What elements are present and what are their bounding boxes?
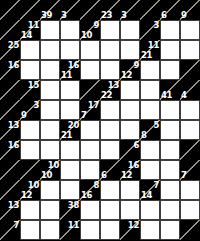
white-cell-r2c8[interactable] <box>160 40 180 60</box>
clue-cell-r11c3: 11 <box>60 220 80 240</box>
white-cell-r4c2[interactable] <box>40 80 60 100</box>
down-clue: 7 <box>81 111 87 120</box>
clue-cell-r2c0: 25 <box>0 40 20 60</box>
white-cell-r10c6[interactable] <box>120 200 140 220</box>
white-cell-r1c2[interactable] <box>40 20 60 40</box>
white-cell-r6c6[interactable] <box>120 120 140 140</box>
down-clue: 6 <box>101 171 107 180</box>
clue-cell-r7c6: 6 <box>120 140 140 160</box>
white-cell-r9c5[interactable] <box>100 180 120 200</box>
across-clue: 12 <box>128 221 139 230</box>
white-cell-r10c1[interactable] <box>20 200 40 220</box>
across-clue: 10 <box>48 161 59 170</box>
white-cell-r7c8[interactable] <box>160 140 180 160</box>
white-cell-r9c9[interactable] <box>180 180 200 200</box>
across-clue: 7 <box>13 221 19 230</box>
white-cell-r5c8[interactable] <box>160 100 180 120</box>
down-clue: 22 <box>101 91 112 100</box>
down-clue: 14 <box>141 191 152 200</box>
white-cell-r10c8[interactable] <box>160 200 180 220</box>
white-cell-r6c2[interactable] <box>40 120 60 140</box>
white-cell-r3c2[interactable] <box>40 60 60 80</box>
white-cell-r7c4[interactable] <box>80 140 100 160</box>
black-cell <box>80 0 100 20</box>
across-clue: 20 <box>68 121 79 130</box>
down-clue: 41 <box>161 91 172 100</box>
white-cell-r8c4[interactable] <box>80 160 100 180</box>
clue-cell-r1c7: 3 <box>140 20 160 40</box>
white-cell-r11c7[interactable] <box>140 220 160 240</box>
across-clue: 9 <box>93 21 99 30</box>
clue-cell-r5c1: 93 <box>20 100 40 120</box>
white-cell-r7c2[interactable] <box>40 140 60 160</box>
white-cell-r1c3[interactable] <box>60 20 80 40</box>
across-clue: 11 <box>68 221 79 230</box>
white-cell-r11c4[interactable] <box>80 220 100 240</box>
white-cell-r3c8[interactable] <box>160 60 180 80</box>
white-cell-r10c2[interactable] <box>40 200 60 220</box>
white-cell-r9c8[interactable] <box>160 180 180 200</box>
white-cell-r11c8[interactable] <box>160 220 180 240</box>
clue-cell-r4c9: 4 <box>180 80 200 100</box>
white-cell-r2c3[interactable] <box>60 40 80 60</box>
clue-cell-r4c5: 2213 <box>100 80 120 100</box>
down-clue: 9 <box>181 11 187 20</box>
down-clue: 8 <box>141 131 147 140</box>
white-cell-r10c9[interactable] <box>180 200 200 220</box>
across-clue: 16 <box>8 141 19 150</box>
black-cell <box>180 60 200 80</box>
white-cell-r1c6[interactable] <box>120 20 140 40</box>
clue-cell-r3c6: 129 <box>120 60 140 80</box>
clue-cell-r3c0: 16 <box>0 60 20 80</box>
white-cell-r2c1[interactable] <box>20 40 40 60</box>
down-clue: 7 <box>181 171 187 180</box>
across-clue: 15 <box>28 81 39 90</box>
clue-cell-r1c4: 109 <box>80 20 100 40</box>
kakuro-board: 3932336914111093252111161116129152213414… <box>0 0 200 241</box>
white-cell-r5c6[interactable] <box>120 100 140 120</box>
across-clue: 8 <box>93 181 99 190</box>
white-cell-r5c3[interactable] <box>60 100 80 120</box>
white-cell-r5c9[interactable] <box>180 100 200 120</box>
clue-cell-r0c8: 6 <box>160 0 180 20</box>
white-cell-r11c2[interactable] <box>40 220 60 240</box>
clue-cell-r3c3: 1116 <box>60 60 80 80</box>
white-cell-r1c9[interactable] <box>180 20 200 40</box>
across-clue: 6 <box>133 141 139 150</box>
across-clue: 38 <box>68 201 79 210</box>
white-cell-r2c5[interactable] <box>100 40 120 60</box>
clue-cell-r0c3: 3 <box>60 0 80 20</box>
down-clue: 10 <box>41 171 52 180</box>
clue-cell-r6c0: 13 <box>0 120 20 140</box>
across-clue: 7 <box>153 181 159 190</box>
down-clue: 14 <box>21 31 32 40</box>
white-cell-r4c6[interactable] <box>120 80 140 100</box>
down-clue: 6 <box>161 11 167 20</box>
across-clue: 11 <box>148 41 159 50</box>
white-cell-r7c3[interactable] <box>60 140 80 160</box>
white-cell-r3c1[interactable] <box>20 60 40 80</box>
down-clue: 21 <box>141 51 152 60</box>
white-cell-r8c3[interactable] <box>60 160 80 180</box>
white-cell-r1c8[interactable] <box>160 20 180 40</box>
white-cell-r7c7[interactable] <box>140 140 160 160</box>
black-cell <box>180 220 200 240</box>
clue-cell-r6c3: 2120 <box>60 120 80 140</box>
down-clue: 23 <box>101 11 112 20</box>
across-clue: 3 <box>153 21 159 30</box>
across-clue: 17 <box>88 101 99 110</box>
clue-cell-r0c9: 9 <box>180 0 200 20</box>
across-clue: 25 <box>8 41 19 50</box>
across-clue: 13 <box>8 121 19 130</box>
clue-cell-r10c3: 38 <box>60 200 80 220</box>
white-cell-r6c5[interactable] <box>100 120 120 140</box>
across-clue: 9 <box>133 61 139 70</box>
white-cell-r6c1[interactable] <box>20 120 40 140</box>
white-cell-r11c1[interactable] <box>20 220 40 240</box>
clue-cell-r8c5: 6 <box>100 160 120 180</box>
clue-cell-r8c9: 7 <box>180 160 200 180</box>
across-clue: 10 <box>28 181 39 190</box>
down-clue: 21 <box>61 131 72 140</box>
across-clue: 5 <box>153 121 159 130</box>
clue-cell-r5c4: 717 <box>80 100 100 120</box>
down-clue: 9 <box>21 111 27 120</box>
white-cell-r6c8[interactable] <box>160 120 180 140</box>
clue-cell-r9c1: 1210 <box>20 180 40 200</box>
down-clue: 16 <box>81 191 92 200</box>
white-cell-r6c4[interactable] <box>80 120 100 140</box>
across-clue: 3 <box>33 101 39 110</box>
clue-cell-r4c8: 41 <box>160 80 180 100</box>
white-cell-r8c8[interactable] <box>160 160 180 180</box>
clue-cell-r4c1: 15 <box>20 80 40 100</box>
white-cell-r3c5[interactable] <box>100 60 120 80</box>
clue-cell-r9c4: 168 <box>80 180 100 200</box>
down-clue: 12 <box>121 171 132 180</box>
white-cell-r2c4[interactable] <box>80 40 100 60</box>
clue-cell-r1c1: 1411 <box>20 20 40 40</box>
black-cell <box>80 80 100 100</box>
black-cell <box>180 140 200 160</box>
white-cell-r10c7[interactable] <box>140 200 160 220</box>
down-clue: 12 <box>121 71 132 80</box>
clue-cell-r0c6: 3 <box>120 0 140 20</box>
down-clue: 39 <box>41 11 52 20</box>
white-cell-r9c2[interactable] <box>40 180 60 200</box>
white-cell-r3c7[interactable] <box>140 60 160 80</box>
white-cell-r5c2[interactable] <box>40 100 60 120</box>
clue-cell-r8c6: 1216 <box>120 160 140 180</box>
across-clue: 16 <box>68 61 79 70</box>
down-clue: 4 <box>181 91 187 100</box>
white-cell-r6c9[interactable] <box>180 120 200 140</box>
white-cell-r9c3[interactable] <box>60 180 80 200</box>
white-cell-r3c4[interactable] <box>80 60 100 80</box>
across-clue: 11 <box>28 21 39 30</box>
clue-cell-r8c2: 1010 <box>40 160 60 180</box>
black-cell <box>20 0 40 20</box>
white-cell-r4c3[interactable] <box>60 80 80 100</box>
down-clue: 3 <box>61 11 67 20</box>
across-clue: 16 <box>8 61 19 70</box>
clue-cell-r6c7: 85 <box>140 120 160 140</box>
white-cell-r2c6[interactable] <box>120 40 140 60</box>
black-cell <box>0 100 20 120</box>
down-clue: 12 <box>21 191 32 200</box>
white-cell-r10c4[interactable] <box>80 200 100 220</box>
black-cell <box>0 0 20 20</box>
white-cell-r11c5[interactable] <box>100 220 120 240</box>
white-cell-r9c6[interactable] <box>120 180 140 200</box>
across-clue: 16 <box>128 161 139 170</box>
white-cell-r4c7[interactable] <box>140 80 160 100</box>
clue-cell-r2c7: 2111 <box>140 40 160 60</box>
clue-cell-r0c5: 23 <box>100 0 120 20</box>
black-cell <box>20 160 40 180</box>
down-clue: 11 <box>61 71 72 80</box>
clue-cell-r10c0: 13 <box>0 200 20 220</box>
white-cell-r5c7[interactable] <box>140 100 160 120</box>
white-cell-r2c2[interactable] <box>40 40 60 60</box>
clue-cell-r9c7: 147 <box>140 180 160 200</box>
across-clue: 13 <box>8 201 19 210</box>
black-cell <box>0 20 20 40</box>
black-cell <box>140 0 160 20</box>
clue-cell-r11c0: 7 <box>0 220 20 240</box>
clue-cell-r11c6: 12 <box>120 220 140 240</box>
clue-cell-r0c2: 39 <box>40 0 60 20</box>
white-cell-r10c5[interactable] <box>100 200 120 220</box>
black-cell <box>0 180 20 200</box>
black-cell <box>0 160 20 180</box>
down-clue: 10 <box>81 31 92 40</box>
clue-cell-r7c0: 16 <box>0 140 20 160</box>
white-cell-r7c5[interactable] <box>100 140 120 160</box>
white-cell-r8c7[interactable] <box>140 160 160 180</box>
white-cell-r1c5[interactable] <box>100 20 120 40</box>
across-clue: 13 <box>108 81 119 90</box>
white-cell-r7c1[interactable] <box>20 140 40 160</box>
white-cell-r2c9[interactable] <box>180 40 200 60</box>
black-cell <box>0 80 20 100</box>
down-clue: 3 <box>121 11 127 20</box>
white-cell-r5c5[interactable] <box>100 100 120 120</box>
